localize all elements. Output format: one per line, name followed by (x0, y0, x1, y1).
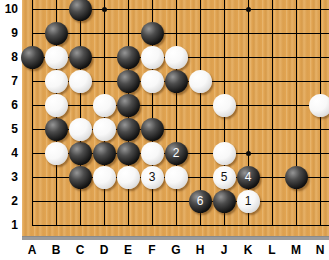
row-label-3: 3 (0, 170, 18, 184)
stone-white-J6[interactable] (213, 94, 236, 117)
col-label-H: H (188, 243, 212, 257)
stone-white-F4[interactable] (141, 142, 164, 165)
stone-white-E3[interactable] (117, 166, 140, 189)
col-label-J: J (212, 243, 236, 257)
star-point-K4 (246, 151, 251, 156)
stone-white-K2[interactable]: 1 (237, 190, 260, 213)
grid-line-v-M (296, 0, 297, 226)
stone-black-J2[interactable] (213, 190, 236, 213)
stone-white-F8[interactable] (141, 46, 164, 69)
col-label-K: K (236, 243, 260, 257)
move-number-3: 3 (141, 166, 164, 189)
star-point-K10 (246, 7, 251, 12)
stone-black-E7[interactable] (117, 70, 140, 93)
stone-white-C5[interactable] (69, 118, 92, 141)
col-label-M: M (284, 243, 308, 257)
stone-white-N6[interactable] (309, 94, 329, 117)
col-label-B: B (44, 243, 68, 257)
stone-black-E5[interactable] (117, 118, 140, 141)
row-label-6: 6 (0, 98, 18, 112)
col-label-L: L (260, 243, 284, 257)
grid-line-h-2 (32, 201, 329, 202)
stone-white-J4[interactable] (213, 142, 236, 165)
row-label-7: 7 (0, 74, 18, 88)
stone-black-B5[interactable] (45, 118, 68, 141)
stone-white-H7[interactable] (189, 70, 212, 93)
row-label-1: 1 (0, 218, 18, 232)
stone-white-D3[interactable] (93, 166, 116, 189)
col-label-A: A (20, 243, 44, 257)
col-label-E: E (116, 243, 140, 257)
col-label-D: D (92, 243, 116, 257)
stone-white-G8[interactable] (165, 46, 188, 69)
move-number-5: 5 (213, 166, 236, 189)
stone-black-F9[interactable] (141, 22, 164, 45)
stone-white-C7[interactable] (69, 70, 92, 93)
row-label-8: 8 (0, 50, 18, 64)
col-label-N: N (308, 243, 329, 257)
grid-line-v-C (80, 0, 81, 226)
col-label-F: F (140, 243, 164, 257)
board-edge-shadow (22, 236, 329, 240)
stone-white-F3[interactable]: 3 (141, 166, 164, 189)
grid-line-v-L (272, 0, 273, 226)
move-number-2: 2 (165, 142, 188, 165)
stone-black-K3[interactable]: 4 (237, 166, 260, 189)
grid-line-v-A (32, 0, 33, 226)
stone-black-F5[interactable] (141, 118, 164, 141)
stone-white-D6[interactable] (93, 94, 116, 117)
move-number-1: 1 (237, 190, 260, 213)
stone-black-C8[interactable] (69, 46, 92, 69)
star-point-D10 (102, 7, 107, 12)
stone-black-C3[interactable] (69, 166, 92, 189)
col-label-G: G (164, 243, 188, 257)
grid-line-h-9 (32, 33, 329, 34)
stone-black-G4[interactable]: 2 (165, 142, 188, 165)
row-label-5: 5 (0, 122, 18, 136)
stone-black-E6[interactable] (117, 94, 140, 117)
stone-white-D5[interactable] (93, 118, 116, 141)
row-label-4: 4 (0, 146, 18, 160)
go-diagram: 246351 10987654321ABCDEFGHJKLMN (0, 0, 329, 260)
row-label-9: 9 (0, 26, 18, 40)
stone-white-B4[interactable] (45, 142, 68, 165)
stone-black-B9[interactable] (45, 22, 68, 45)
go-board[interactable]: 246351 (22, 0, 329, 236)
stone-white-J3[interactable]: 5 (213, 166, 236, 189)
col-label-C: C (68, 243, 92, 257)
stone-black-D4[interactable] (93, 142, 116, 165)
stone-black-A8[interactable] (21, 46, 44, 69)
stone-black-G7[interactable] (165, 70, 188, 93)
grid-line-v-G (176, 0, 177, 226)
stone-black-C10[interactable] (69, 0, 92, 21)
stone-black-E4[interactable] (117, 142, 140, 165)
stone-black-C4[interactable] (69, 142, 92, 165)
row-label-2: 2 (0, 194, 18, 208)
stone-white-B6[interactable] (45, 94, 68, 117)
stone-black-H2[interactable]: 6 (189, 190, 212, 213)
row-label-10: 10 (0, 2, 18, 16)
grid-line-h-6 (32, 105, 329, 106)
move-number-6: 6 (189, 190, 212, 213)
stone-white-F7[interactable] (141, 70, 164, 93)
stone-white-B8[interactable] (45, 46, 68, 69)
stone-white-B7[interactable] (45, 70, 68, 93)
stone-white-G3[interactable] (165, 166, 188, 189)
move-number-4: 4 (237, 166, 260, 189)
stone-black-E8[interactable] (117, 46, 140, 69)
grid-line-h-1 (32, 225, 329, 226)
stone-black-M3[interactable] (285, 166, 308, 189)
